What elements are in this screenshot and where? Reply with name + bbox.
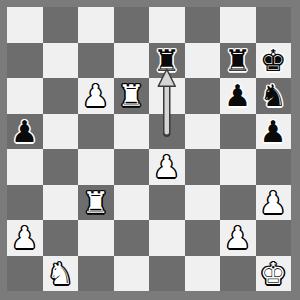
piece-black-knight-h6[interactable]: ♞ [260,78,287,114]
square-g8[interactable] [220,7,256,43]
square-e3[interactable] [149,185,185,221]
square-h3[interactable]: ♟ [256,185,292,221]
piece-white-pawn-h3[interactable]: ♟ [260,185,287,221]
square-a8[interactable] [7,7,43,43]
square-f4[interactable] [185,149,221,185]
square-b6[interactable] [43,78,79,114]
square-b4[interactable] [43,149,79,185]
piece-white-pawn-e4[interactable]: ♟ [153,149,180,185]
square-c1[interactable] [78,256,114,292]
square-h6[interactable]: ♞ [256,78,292,114]
square-f2[interactable] [185,220,221,256]
square-h2[interactable] [256,220,292,256]
square-h4[interactable] [256,149,292,185]
square-g6[interactable]: ♟ [220,78,256,114]
square-b1[interactable]: ♞ [43,256,79,292]
square-b3[interactable] [43,185,79,221]
square-d6[interactable]: ♜ [114,78,150,114]
square-g1[interactable] [220,256,256,292]
square-c7[interactable] [78,43,114,79]
square-f1[interactable] [185,256,221,292]
square-c4[interactable] [78,149,114,185]
square-c8[interactable] [78,7,114,43]
piece-white-pawn-c6[interactable]: ♟ [82,78,109,114]
square-d1[interactable] [114,256,150,292]
piece-white-rook-c3[interactable]: ♜ [82,185,109,221]
square-e2[interactable] [149,220,185,256]
square-g5[interactable] [220,114,256,150]
square-g4[interactable] [220,149,256,185]
piece-white-pawn-g2[interactable]: ♟ [224,220,251,256]
piece-white-knight-b1[interactable]: ♞ [47,256,74,292]
square-c5[interactable] [78,114,114,150]
square-c6[interactable]: ♟ [78,78,114,114]
chess-board-frame: ♜♜♚♟♜♟♞♟♟♟♜♟♟♟♞♚ [0,0,300,300]
piece-black-pawn-g6[interactable]: ♟ [224,78,251,114]
piece-black-rook-e7[interactable]: ♜ [153,43,180,79]
square-h7[interactable]: ♚ [256,43,292,79]
square-a1[interactable] [7,256,43,292]
square-f6[interactable] [185,78,221,114]
square-h1[interactable]: ♚ [256,256,292,292]
square-f3[interactable] [185,185,221,221]
square-e7[interactable]: ♜ [149,43,185,79]
square-b8[interactable] [43,7,79,43]
square-d5[interactable] [114,114,150,150]
square-b5[interactable] [43,114,79,150]
piece-black-pawn-h5[interactable]: ♟ [260,114,287,150]
piece-white-king-h1[interactable]: ♚ [260,256,287,292]
square-h5[interactable]: ♟ [256,114,292,150]
square-b2[interactable] [43,220,79,256]
square-a2[interactable]: ♟ [7,220,43,256]
piece-black-pawn-a5[interactable]: ♟ [11,114,38,150]
square-f8[interactable] [185,7,221,43]
piece-white-rook-d6[interactable]: ♜ [118,78,145,114]
square-h8[interactable] [256,7,292,43]
square-f5[interactable] [185,114,221,150]
square-d7[interactable] [114,43,150,79]
square-e4[interactable]: ♟ [149,149,185,185]
chess-board: ♜♜♚♟♜♟♞♟♟♟♜♟♟♟♞♚ [7,7,291,291]
piece-black-rook-g7[interactable]: ♜ [224,43,251,79]
square-b7[interactable] [43,43,79,79]
square-g3[interactable] [220,185,256,221]
square-c2[interactable] [78,220,114,256]
square-e1[interactable] [149,256,185,292]
square-c3[interactable]: ♜ [78,185,114,221]
square-e5[interactable] [149,114,185,150]
square-f7[interactable] [185,43,221,79]
square-e8[interactable] [149,7,185,43]
square-a4[interactable] [7,149,43,185]
square-d2[interactable] [114,220,150,256]
square-a5[interactable]: ♟ [7,114,43,150]
square-d3[interactable] [114,185,150,221]
square-a7[interactable] [7,43,43,79]
square-d4[interactable] [114,149,150,185]
square-e6[interactable] [149,78,185,114]
square-d8[interactable] [114,7,150,43]
piece-white-pawn-a2[interactable]: ♟ [11,220,38,256]
square-g2[interactable]: ♟ [220,220,256,256]
piece-black-king-h7[interactable]: ♚ [260,43,287,79]
square-a6[interactable] [7,78,43,114]
square-a3[interactable] [7,185,43,221]
square-g7[interactable]: ♜ [220,43,256,79]
